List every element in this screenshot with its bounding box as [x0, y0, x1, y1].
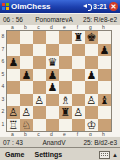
white-pawn-b2[interactable]: ♙ [22, 106, 32, 118]
square-g5[interactable]: ♟ [85, 69, 98, 82]
black-rook-f8[interactable]: ♜ [74, 31, 84, 43]
square-c7[interactable] [33, 44, 46, 57]
square-h4[interactable] [98, 81, 111, 94]
square-a3[interactable] [7, 94, 20, 107]
chess-board: ♜♚♟♟♛♟♟♟♟♙♗♙♝♙♙♜♙♖♘♔ [6, 30, 112, 132]
square-c1[interactable] [33, 119, 46, 132]
square-g7[interactable] [85, 44, 98, 57]
square-d1[interactable] [46, 119, 59, 132]
square-h6[interactable] [98, 56, 111, 69]
speaker-icon[interactable] [83, 3, 91, 10]
top-player-name: PonomarevA [33, 16, 75, 23]
black-queen-d6[interactable]: ♛ [48, 56, 58, 68]
bottom-player-last-move: 25: B/d2-e3 [75, 139, 120, 146]
square-a1[interactable]: ♖ [7, 119, 20, 132]
square-c2[interactable] [33, 106, 46, 119]
square-a7[interactable] [7, 44, 20, 57]
square-d4[interactable]: ♟ [46, 81, 59, 94]
square-d8[interactable] [46, 31, 59, 44]
square-d6[interactable]: ♛ [46, 56, 59, 69]
square-d3[interactable] [46, 94, 59, 107]
square-f2[interactable]: ♙ [72, 106, 85, 119]
black-pawn-d4[interactable]: ♟ [48, 81, 58, 93]
square-d5[interactable]: ♟ [46, 69, 59, 82]
square-d7[interactable] [46, 44, 59, 57]
square-g3[interactable]: ♙ [85, 94, 98, 107]
square-e1[interactable] [59, 119, 72, 132]
white-knight-b1[interactable]: ♘ [22, 119, 32, 131]
black-pawn-g5[interactable]: ♟ [87, 69, 97, 81]
square-g1[interactable]: ♔ [85, 119, 98, 132]
square-a4[interactable] [7, 81, 20, 94]
white-king-g1[interactable]: ♔ [87, 119, 97, 131]
square-e6[interactable] [59, 56, 72, 69]
black-king-g8[interactable]: ♚ [87, 31, 97, 43]
square-b1[interactable]: ♘ [20, 119, 33, 132]
black-rook-e2[interactable]: ♜ [61, 106, 71, 118]
square-f6[interactable] [72, 56, 85, 69]
square-b8[interactable] [20, 31, 33, 44]
square-h1[interactable] [98, 119, 111, 132]
square-f3[interactable] [72, 94, 85, 107]
square-g8[interactable]: ♚ [85, 31, 98, 44]
square-h5[interactable] [98, 69, 111, 82]
square-b5[interactable]: ♟ [20, 69, 33, 82]
windows-logo-icon[interactable] [2, 3, 9, 10]
top-player-last-move: 25: R/e8-e2 [75, 16, 120, 23]
white-bishop-e3[interactable]: ♗ [61, 94, 71, 106]
app-title: OlmChess [11, 2, 51, 11]
black-pawn-d5[interactable]: ♟ [48, 69, 58, 81]
square-f1[interactable] [72, 119, 85, 132]
square-f4[interactable] [72, 81, 85, 94]
menu-bar: Game Settings ▲ [0, 147, 120, 160]
square-c4[interactable] [33, 81, 46, 94]
square-a6[interactable]: ♟ [7, 56, 20, 69]
black-pawn-b5[interactable]: ♟ [22, 69, 32, 81]
close-button[interactable]: ✕ [109, 2, 118, 11]
square-e2[interactable]: ♜ [59, 106, 72, 119]
white-pawn-g3[interactable]: ♙ [87, 94, 97, 106]
menu-item-settings[interactable]: Settings [29, 151, 67, 158]
white-pawn-a2[interactable]: ♙ [9, 106, 19, 118]
square-b2[interactable]: ♙ [20, 106, 33, 119]
square-a5[interactable] [7, 69, 20, 82]
square-b7[interactable] [20, 44, 33, 57]
square-b6[interactable] [20, 56, 33, 69]
square-h8[interactable] [98, 31, 111, 44]
black-bishop-h3[interactable]: ♝ [100, 94, 110, 106]
white-rook-a1[interactable]: ♖ [9, 119, 19, 131]
square-c8[interactable] [33, 31, 46, 44]
white-pawn-c3[interactable]: ♙ [35, 94, 45, 106]
title-bar: OlmChess 3:21 ✕ [0, 0, 120, 13]
bottom-player-clock: 07 : 43 [0, 139, 33, 146]
square-h7[interactable]: ♟ [98, 44, 111, 57]
square-e4[interactable] [59, 81, 72, 94]
square-h2[interactable] [98, 106, 111, 119]
square-c6[interactable] [33, 56, 46, 69]
top-player-clock: 06 : 56 [0, 16, 33, 23]
white-pawn-f2[interactable]: ♙ [74, 106, 84, 118]
square-a8[interactable] [7, 31, 20, 44]
black-pawn-a6[interactable]: ♟ [9, 56, 19, 68]
system-time[interactable]: 3:21 [93, 3, 107, 10]
menu-item-game[interactable]: Game [0, 151, 29, 158]
square-c5[interactable] [33, 69, 46, 82]
olmchess-app: OlmChess 3:21 ✕ 06 : 56 PonomarevA 25: R… [0, 0, 120, 160]
square-e7[interactable] [59, 44, 72, 57]
square-e5[interactable] [59, 69, 72, 82]
black-pawn-h7[interactable]: ♟ [100, 44, 110, 56]
square-g6[interactable] [85, 56, 98, 69]
square-g2[interactable] [85, 106, 98, 119]
square-b3[interactable] [20, 94, 33, 107]
square-e3[interactable]: ♗ [59, 94, 72, 107]
square-e8[interactable] [59, 31, 72, 44]
square-b4[interactable] [20, 81, 33, 94]
square-h3[interactable]: ♝ [98, 94, 111, 107]
square-f7[interactable] [72, 44, 85, 57]
chess-board-area: abcdefgh 87654321 ♜♚♟♟♛♟♟♟♟♙♗♙♝♙♙♜♙♖♘♔ a… [0, 25, 120, 136]
square-c3[interactable]: ♙ [33, 94, 46, 107]
square-d2[interactable] [46, 106, 59, 119]
keyboard-input-panel-icon[interactable] [99, 151, 110, 159]
input-panel-up-arrow-icon[interactable]: ▲ [112, 151, 118, 159]
square-g4[interactable] [85, 81, 98, 94]
bottom-player-name: AnandV [33, 139, 75, 146]
square-f8[interactable]: ♜ [72, 31, 85, 44]
square-a2[interactable]: ♙ [7, 106, 20, 119]
square-f5[interactable] [72, 69, 85, 82]
